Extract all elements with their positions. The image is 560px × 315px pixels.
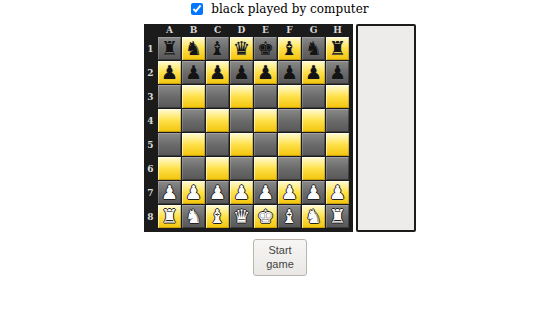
square-a3[interactable] [158,85,181,108]
piece-black-king: ♚ [257,39,274,58]
square-b3[interactable] [182,85,205,108]
piece-white-pawn: ♟ [281,183,298,202]
file-label-b: B [182,24,205,36]
square-d6[interactable] [230,157,253,180]
square-a4[interactable] [158,109,181,132]
square-e8[interactable]: ♚ [254,205,277,228]
rank-label-7: 7 [144,181,157,204]
square-f3[interactable] [278,85,301,108]
square-h1[interactable]: ♜ [326,37,349,60]
square-f7[interactable]: ♟ [278,181,301,204]
square-c8[interactable]: ♝ [206,205,229,228]
square-a7[interactable]: ♟ [158,181,181,204]
black-computer-checkbox[interactable] [191,3,203,15]
piece-black-bishop: ♝ [281,39,298,58]
square-b6[interactable] [182,157,205,180]
square-h8[interactable]: ♜ [326,205,349,228]
square-g2[interactable]: ♟ [302,61,325,84]
square-g8[interactable]: ♞ [302,205,325,228]
button-row: Startgame [0,239,560,276]
square-b5[interactable] [182,133,205,156]
piece-white-pawn: ♟ [185,183,202,202]
square-h6[interactable] [326,157,349,180]
piece-black-pawn: ♟ [257,63,274,82]
start-game-button[interactable]: Startgame [253,239,307,276]
square-d7[interactable]: ♟ [230,181,253,204]
piece-black-queen: ♛ [233,39,250,58]
piece-white-pawn: ♟ [305,183,322,202]
square-g1[interactable]: ♞ [302,37,325,60]
square-a2[interactable]: ♟ [158,61,181,84]
square-c3[interactable] [206,85,229,108]
rank-label-3: 3 [144,85,157,108]
square-e7[interactable]: ♟ [254,181,277,204]
square-h4[interactable] [326,109,349,132]
file-label-a: A [158,24,181,36]
rank-label-4: 4 [144,109,157,132]
piece-black-pawn: ♟ [305,63,322,82]
piece-black-pawn: ♟ [209,63,226,82]
file-label-g: G [302,24,325,36]
chess-board: ABCDEFGH1♜♞♝♛♚♝♞♜2♟♟♟♟♟♟♟♟34567♟♟♟♟♟♟♟♟8… [144,24,353,232]
square-g4[interactable] [302,109,325,132]
square-d1[interactable]: ♛ [230,37,253,60]
piece-black-pawn: ♟ [281,63,298,82]
piece-black-pawn: ♟ [233,63,250,82]
square-e2[interactable]: ♟ [254,61,277,84]
square-h2[interactable]: ♟ [326,61,349,84]
square-h5[interactable] [326,133,349,156]
piece-white-pawn: ♟ [257,183,274,202]
square-d5[interactable] [230,133,253,156]
piece-white-king: ♚ [257,207,274,226]
square-e5[interactable] [254,133,277,156]
square-a6[interactable] [158,157,181,180]
square-f6[interactable] [278,157,301,180]
piece-black-knight: ♞ [185,39,202,58]
square-b8[interactable]: ♞ [182,205,205,228]
computer-option-row: black played by computer [0,2,560,18]
file-label-h: H [326,24,349,36]
piece-white-rook: ♜ [329,207,346,226]
piece-white-pawn: ♟ [329,183,346,202]
start-game-label-line1: Start [268,244,291,256]
square-c4[interactable] [206,109,229,132]
rank-label-8: 8 [144,205,157,228]
square-f4[interactable] [278,109,301,132]
start-game-label-line2: game [266,258,294,270]
square-g6[interactable] [302,157,325,180]
piece-black-knight: ♞ [305,39,322,58]
square-f8[interactable]: ♝ [278,205,301,228]
square-h7[interactable]: ♟ [326,181,349,204]
page: black played by computer ABCDEFGH1♜♞♝♛♚♝… [0,0,560,276]
piece-black-pawn: ♟ [329,63,346,82]
piece-white-rook: ♜ [161,207,178,226]
rank-label-2: 2 [144,61,157,84]
square-e4[interactable] [254,109,277,132]
file-label-c: C [206,24,229,36]
move-list-panel[interactable] [356,24,416,232]
square-c6[interactable] [206,157,229,180]
square-b2[interactable]: ♟ [182,61,205,84]
square-g7[interactable]: ♟ [302,181,325,204]
square-a1[interactable]: ♜ [158,37,181,60]
square-e6[interactable] [254,157,277,180]
piece-white-bishop: ♝ [281,207,298,226]
main-row: ABCDEFGH1♜♞♝♛♚♝♞♜2♟♟♟♟♟♟♟♟34567♟♟♟♟♟♟♟♟8… [0,24,560,232]
square-b7[interactable]: ♟ [182,181,205,204]
square-e3[interactable] [254,85,277,108]
black-computer-label: black played by computer [211,2,368,16]
square-g3[interactable] [302,85,325,108]
square-d3[interactable] [230,85,253,108]
square-e1[interactable]: ♚ [254,37,277,60]
square-b4[interactable] [182,109,205,132]
square-c1[interactable]: ♝ [206,37,229,60]
square-a5[interactable] [158,133,181,156]
file-label-e: E [254,24,277,36]
rank-label-6: 6 [144,157,157,180]
piece-black-bishop: ♝ [209,39,226,58]
square-a8[interactable]: ♜ [158,205,181,228]
square-f1[interactable]: ♝ [278,37,301,60]
square-d2[interactable]: ♟ [230,61,253,84]
square-h3[interactable] [326,85,349,108]
file-label-f: F [278,24,301,36]
file-label-d: D [230,24,253,36]
square-b1[interactable]: ♞ [182,37,205,60]
square-g5[interactable] [302,133,325,156]
piece-white-knight: ♞ [305,207,322,226]
square-c2[interactable]: ♟ [206,61,229,84]
piece-white-queen: ♛ [233,207,250,226]
piece-white-knight: ♞ [185,207,202,226]
square-d8[interactable]: ♛ [230,205,253,228]
piece-black-pawn: ♟ [161,63,178,82]
piece-white-pawn: ♟ [233,183,250,202]
piece-black-rook: ♜ [329,39,346,58]
square-c7[interactable]: ♟ [206,181,229,204]
square-f5[interactable] [278,133,301,156]
square-f2[interactable]: ♟ [278,61,301,84]
piece-white-pawn: ♟ [209,183,226,202]
piece-white-bishop: ♝ [209,207,226,226]
piece-white-pawn: ♟ [161,183,178,202]
piece-black-pawn: ♟ [185,63,202,82]
board-corner [144,24,157,36]
rank-label-5: 5 [144,133,157,156]
rank-label-1: 1 [144,37,157,60]
square-d4[interactable] [230,109,253,132]
square-c5[interactable] [206,133,229,156]
piece-black-rook: ♜ [161,39,178,58]
